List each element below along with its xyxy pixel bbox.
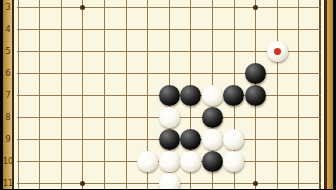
row-label: 4 <box>3 25 13 34</box>
board-point[interactable]: ● <box>180 128 202 150</box>
white-stone-glyph: ○ <box>202 129 223 150</box>
black-stone[interactable]: ● <box>159 129 180 150</box>
board-point[interactable]: ● <box>245 84 267 106</box>
white-stone[interactable]: ○ <box>159 107 180 128</box>
black-stone-glyph: ● <box>202 107 223 128</box>
black-stone[interactable]: ● <box>202 151 223 172</box>
black-stone-glyph: ● <box>245 63 266 84</box>
last-move-marker <box>274 48 281 55</box>
board-point[interactable]: ● <box>180 84 202 106</box>
row-label: 11 <box>3 179 13 188</box>
row-label: 9 <box>3 135 13 144</box>
white-stone-glyph: ○ <box>159 173 180 190</box>
white-stone[interactable]: ○ <box>159 151 180 172</box>
board-point[interactable]: ○ <box>158 106 180 128</box>
white-stone-glyph: ○ <box>223 151 244 172</box>
board-point[interactable]: ● <box>158 128 180 150</box>
gomoku-board-viewport[interactable]: ○●●●○●●○●●●○○○○○●○○ 34567891011 <box>0 0 336 189</box>
white-stone[interactable]: ○ <box>267 41 288 62</box>
black-stone[interactable]: ● <box>245 85 266 106</box>
white-stone[interactable]: ○ <box>180 151 201 172</box>
board-point[interactable]: ● <box>223 84 245 106</box>
white-stone-glyph: ○ <box>159 151 180 172</box>
black-stone-glyph: ● <box>223 85 244 106</box>
white-stone-glyph: ○ <box>137 151 158 172</box>
board-point[interactable]: ○ <box>266 40 288 62</box>
row-label: 10 <box>3 157 13 166</box>
row-label: 8 <box>3 113 13 122</box>
black-stone[interactable]: ● <box>159 85 180 106</box>
row-label: 7 <box>3 91 13 100</box>
board-point[interactable]: ○ <box>158 150 180 172</box>
board-point[interactable]: ○ <box>202 84 224 106</box>
board-point[interactable]: ○ <box>158 172 180 189</box>
board-point[interactable]: ○ <box>180 150 202 172</box>
board-point[interactable]: ● <box>245 62 267 84</box>
black-stone-glyph: ● <box>245 85 266 106</box>
board-point[interactable]: ○ <box>223 150 245 172</box>
row-label: 5 <box>3 47 13 56</box>
row-label: 3 <box>3 3 13 12</box>
board-point[interactable]: ● <box>202 150 224 172</box>
board-point[interactable]: ○ <box>202 128 224 150</box>
board-point[interactable]: ○ <box>223 128 245 150</box>
white-stone[interactable]: ○ <box>223 151 244 172</box>
board-point[interactable]: ● <box>202 106 224 128</box>
black-stone[interactable]: ● <box>202 107 223 128</box>
white-stone[interactable]: ○ <box>223 129 244 150</box>
white-stone[interactable]: ○ <box>202 85 223 106</box>
white-stone-glyph: ○ <box>159 107 180 128</box>
white-stone-glyph: ○ <box>180 151 201 172</box>
white-stone[interactable]: ○ <box>137 151 158 172</box>
black-stone-glyph: ● <box>159 129 180 150</box>
board-point[interactable]: ● <box>158 84 180 106</box>
black-stone[interactable]: ● <box>180 129 201 150</box>
board-point[interactable]: ○ <box>137 150 159 172</box>
white-stone-glyph: ○ <box>223 129 244 150</box>
black-stone-glyph: ● <box>180 129 201 150</box>
stones-grid[interactable]: ○●●●○●●○●●●○○○○○●○○ <box>7 0 331 189</box>
black-stone-glyph: ● <box>202 151 223 172</box>
black-stone-glyph: ● <box>180 85 201 106</box>
white-stone-glyph: ○ <box>202 85 223 106</box>
white-stone[interactable]: ○ <box>159 173 180 190</box>
row-label: 6 <box>3 69 13 78</box>
black-stone-glyph: ● <box>159 85 180 106</box>
black-stone[interactable]: ● <box>223 85 244 106</box>
black-stone[interactable]: ● <box>245 63 266 84</box>
black-stone[interactable]: ● <box>180 85 201 106</box>
white-stone[interactable]: ○ <box>202 129 223 150</box>
